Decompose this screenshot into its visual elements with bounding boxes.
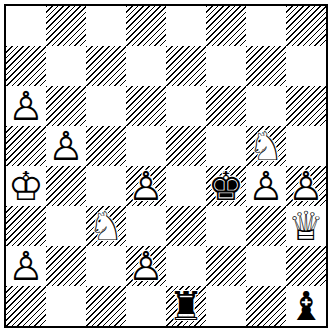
white-pawn: ♟♙ — [126, 166, 166, 206]
square-b4[interactable] — [46, 166, 86, 206]
square-d2[interactable]: ♟♙ — [126, 246, 166, 286]
square-c6[interactable] — [86, 86, 126, 126]
square-b5[interactable]: ♟♙ — [46, 126, 86, 166]
square-h7[interactable] — [286, 46, 326, 86]
square-h6[interactable] — [286, 86, 326, 126]
square-c2[interactable] — [86, 246, 126, 286]
square-c1[interactable] — [86, 286, 126, 326]
square-h2[interactable] — [286, 246, 326, 286]
square-f4[interactable]: ♚♚ — [206, 166, 246, 206]
square-b6[interactable] — [46, 86, 86, 126]
square-b3[interactable] — [46, 206, 86, 246]
square-f6[interactable] — [206, 86, 246, 126]
square-a2[interactable]: ♟♙ — [6, 246, 46, 286]
white-queen: ♛♕ — [286, 206, 326, 246]
square-b1[interactable] — [46, 286, 86, 326]
white-king: ♚♔ — [6, 166, 46, 206]
square-f8[interactable] — [206, 6, 246, 46]
white-pawn: ♟♙ — [246, 166, 286, 206]
square-c8[interactable] — [86, 6, 126, 46]
square-a5[interactable] — [6, 126, 46, 166]
square-f3[interactable] — [206, 206, 246, 246]
square-g8[interactable] — [246, 6, 286, 46]
square-e1[interactable]: ♜♜ — [166, 286, 206, 326]
square-h1[interactable]: ♝♝ — [286, 286, 326, 326]
square-d7[interactable] — [126, 46, 166, 86]
white-pawn: ♟♙ — [286, 166, 326, 206]
square-b7[interactable] — [46, 46, 86, 86]
square-d8[interactable] — [126, 6, 166, 46]
square-c4[interactable] — [86, 166, 126, 206]
black-bishop: ♝♝ — [286, 286, 326, 326]
white-pawn: ♟♙ — [6, 246, 46, 286]
square-d3[interactable] — [126, 206, 166, 246]
square-a4[interactable]: ♚♔ — [6, 166, 46, 206]
square-d1[interactable] — [126, 286, 166, 326]
square-d6[interactable] — [126, 86, 166, 126]
square-h4[interactable]: ♟♙ — [286, 166, 326, 206]
white-knight: ♞♘ — [246, 126, 286, 166]
square-h3[interactable]: ♛♕ — [286, 206, 326, 246]
square-a7[interactable] — [6, 46, 46, 86]
black-rook: ♜♜ — [166, 286, 206, 326]
square-e6[interactable] — [166, 86, 206, 126]
square-e8[interactable] — [166, 6, 206, 46]
square-f2[interactable] — [206, 246, 246, 286]
square-e4[interactable] — [166, 166, 206, 206]
black-king: ♚♚ — [206, 166, 246, 206]
square-d4[interactable]: ♟♙ — [126, 166, 166, 206]
square-g5[interactable]: ♞♘ — [246, 126, 286, 166]
square-g6[interactable] — [246, 86, 286, 126]
white-knight: ♞♘ — [86, 206, 126, 246]
square-g4[interactable]: ♟♙ — [246, 166, 286, 206]
square-d5[interactable] — [126, 126, 166, 166]
square-f5[interactable] — [206, 126, 246, 166]
square-c3[interactable]: ♞♘ — [86, 206, 126, 246]
square-c7[interactable] — [86, 46, 126, 86]
square-b2[interactable] — [46, 246, 86, 286]
square-e3[interactable] — [166, 206, 206, 246]
square-f1[interactable] — [206, 286, 246, 326]
chess-diagram: ♟♙♟♙♞♘♚♔♟♙♚♚♟♙♟♙♞♘♛♕♟♙♟♙♜♜♝♝ — [0, 0, 332, 332]
square-a3[interactable] — [6, 206, 46, 246]
square-g3[interactable] — [246, 206, 286, 246]
square-b8[interactable] — [46, 6, 86, 46]
white-pawn: ♟♙ — [6, 86, 46, 126]
square-a8[interactable] — [6, 6, 46, 46]
square-c5[interactable] — [86, 126, 126, 166]
square-h8[interactable] — [286, 6, 326, 46]
chess-board: ♟♙♟♙♞♘♚♔♟♙♚♚♟♙♟♙♞♘♛♕♟♙♟♙♜♜♝♝ — [4, 4, 328, 328]
white-pawn: ♟♙ — [46, 126, 86, 166]
square-f7[interactable] — [206, 46, 246, 86]
square-e7[interactable] — [166, 46, 206, 86]
square-h5[interactable] — [286, 126, 326, 166]
square-e5[interactable] — [166, 126, 206, 166]
square-a1[interactable] — [6, 286, 46, 326]
white-pawn: ♟♙ — [126, 246, 166, 286]
square-a6[interactable]: ♟♙ — [6, 86, 46, 126]
square-g1[interactable] — [246, 286, 286, 326]
square-e2[interactable] — [166, 246, 206, 286]
square-g7[interactable] — [246, 46, 286, 86]
square-g2[interactable] — [246, 246, 286, 286]
